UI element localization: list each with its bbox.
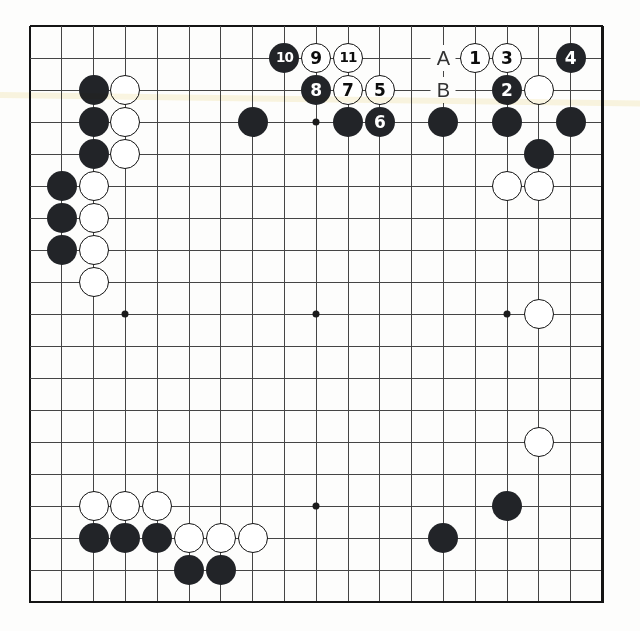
stone-black [556,107,586,137]
move-number: 5 [374,82,386,99]
stone-white [79,267,109,297]
point-label-A: A [431,45,456,71]
move-number: 1 [469,50,481,67]
stone-black [206,555,236,585]
move-number: 3 [501,50,513,67]
stone-white [238,523,268,553]
stone-black [110,523,140,553]
stone-white [142,491,172,521]
stone-white [110,75,140,105]
move-number: 9 [310,50,322,67]
stone-white [79,203,109,233]
stone-white [206,523,236,553]
stone-white [524,171,554,201]
stone-black [492,107,522,137]
stone-white [174,523,204,553]
stone-white [524,75,554,105]
grid-line-horizontal [30,601,604,603]
stone-white [110,139,140,169]
stone-black [47,171,77,201]
move-number: 6 [374,114,386,131]
move-number: 10 [276,51,293,65]
stone-black [79,139,109,169]
stone-black [47,235,77,265]
scanned-diagram-page: AB1091113487526 [0,0,640,631]
stone-white [524,427,554,457]
stone-black [79,523,109,553]
move-number: 2 [501,82,513,99]
star-point [313,119,320,126]
star-point [313,503,320,510]
star-point [313,311,320,318]
go-board: AB1091113487526 [30,26,603,603]
grid-line-horizontal [30,346,604,347]
stone-black-move-10: 10 [269,43,299,73]
stone-white [110,107,140,137]
stone-black-move-8: 8 [301,75,331,105]
stone-white [524,299,554,329]
stone-black-move-4: 4 [556,43,586,73]
stone-black [174,555,204,585]
grid-line-horizontal [30,570,604,571]
stone-black-move-2: 2 [492,75,522,105]
stone-black [524,139,554,169]
stone-black [47,203,77,233]
star-point [504,311,511,318]
grid-line-horizontal [30,410,604,411]
move-number: 7 [342,82,354,99]
stone-white-move-5: 5 [365,75,395,105]
stone-white-move-9: 9 [301,43,331,73]
stone-black [428,523,458,553]
point-label-B: B [431,77,456,103]
stone-white-move-7: 7 [333,75,363,105]
stone-black [492,491,522,521]
stone-black [238,107,268,137]
stone-black [79,107,109,137]
move-number: 11 [340,51,357,65]
stone-black [428,107,458,137]
stone-black [79,75,109,105]
stone-white-move-1: 1 [460,43,490,73]
stone-white [110,491,140,521]
star-point [122,311,129,318]
stone-white [79,171,109,201]
grid-line-vertical [411,26,412,604]
stone-black [333,107,363,137]
move-number: 4 [565,50,577,67]
stone-white-move-11: 11 [333,43,363,73]
stone-black-move-6: 6 [365,107,395,137]
stone-white-move-3: 3 [492,43,522,73]
stone-black [142,523,172,553]
stone-white [492,171,522,201]
grid-line-vertical [601,26,603,604]
grid-line-horizontal [30,474,604,475]
stone-white [79,491,109,521]
grid-line-horizontal [30,442,604,443]
grid-line-vertical [475,26,476,604]
grid-line-horizontal [30,378,604,379]
move-number: 8 [310,82,322,99]
stone-white [79,235,109,265]
